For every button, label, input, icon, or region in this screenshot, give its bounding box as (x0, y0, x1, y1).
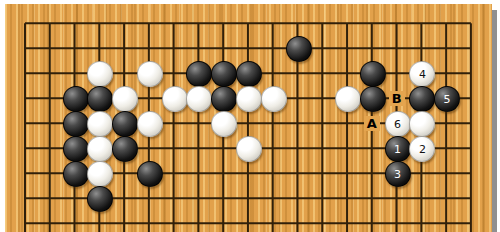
stone-black[interactable] (63, 136, 89, 162)
diagram-stage: 456123AB (0, 0, 500, 232)
stone-white[interactable] (137, 111, 163, 137)
stone-black[interactable] (63, 86, 89, 112)
stone-white-move-6[interactable]: 6 (385, 111, 411, 137)
stone-white[interactable] (236, 136, 262, 162)
move-number: 4 (419, 69, 426, 80)
move-number: 2 (419, 144, 426, 155)
stone-black[interactable] (360, 61, 386, 87)
stone-white[interactable] (236, 86, 262, 112)
stone-black[interactable] (286, 36, 312, 62)
stone-black-move-3[interactable]: 3 (385, 161, 411, 187)
go-board[interactable]: 456123AB (5, 4, 492, 232)
move-number: 6 (394, 119, 401, 130)
move-number: 5 (444, 94, 451, 105)
stone-black[interactable] (137, 161, 163, 187)
stone-white[interactable] (261, 86, 287, 112)
stone-black[interactable] (63, 111, 89, 137)
point-label-A: A (364, 116, 380, 131)
stone-black[interactable] (236, 61, 262, 87)
move-number: 3 (394, 169, 401, 180)
stone-white[interactable] (137, 61, 163, 87)
move-number: 1 (394, 144, 401, 155)
stone-white[interactable] (162, 86, 188, 112)
board-shadow (492, 10, 497, 232)
stone-black[interactable] (360, 86, 386, 112)
stone-black[interactable] (63, 161, 89, 187)
point-label-B: B (389, 91, 405, 106)
stone-black-move-1[interactable]: 1 (385, 136, 411, 162)
